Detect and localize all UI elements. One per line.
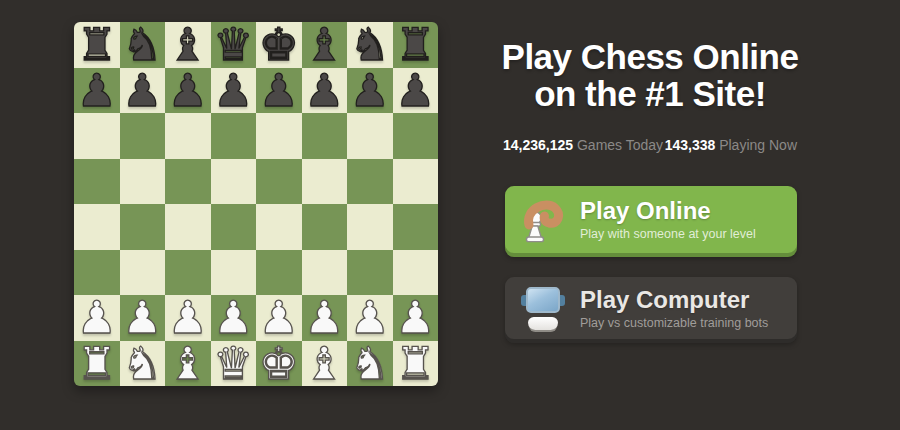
square-h8[interactable]: ♜ bbox=[393, 22, 439, 68]
square-d7[interactable]: ♟ bbox=[211, 68, 257, 114]
playing-now-label: Playing Now bbox=[719, 137, 797, 153]
square-b3[interactable] bbox=[120, 250, 166, 296]
piece-black-rook[interactable]: ♜ bbox=[77, 22, 117, 67]
square-a7[interactable]: ♟ bbox=[74, 68, 120, 114]
piece-white-bishop[interactable]: ♝ bbox=[168, 341, 208, 386]
piece-white-pawn[interactable]: ♟ bbox=[395, 295, 435, 340]
square-e4[interactable] bbox=[256, 204, 302, 250]
square-f3[interactable] bbox=[302, 250, 348, 296]
piece-black-bishop[interactable]: ♝ bbox=[168, 22, 208, 67]
piece-black-pawn[interactable]: ♟ bbox=[77, 68, 117, 113]
square-g4[interactable] bbox=[347, 204, 393, 250]
piece-black-pawn[interactable]: ♟ bbox=[350, 68, 390, 113]
square-e1[interactable]: ♚ bbox=[256, 341, 302, 387]
square-g5[interactable] bbox=[347, 159, 393, 205]
square-d3[interactable] bbox=[211, 250, 257, 296]
computer-monitor-icon bbox=[518, 283, 568, 333]
piece-black-pawn[interactable]: ♟ bbox=[395, 68, 435, 113]
piece-black-knight[interactable]: ♞ bbox=[350, 22, 390, 67]
square-h3[interactable] bbox=[393, 250, 439, 296]
play-computer-text: Play Computer Play vs customizable train… bbox=[580, 287, 768, 330]
stat-playing-now: 143,338 Playing Now bbox=[665, 137, 797, 153]
playing-now-count: 143,338 bbox=[665, 137, 716, 153]
play-online-button[interactable]: Play Online Play with someone at your le… bbox=[505, 186, 797, 257]
square-g7[interactable]: ♟ bbox=[347, 68, 393, 114]
square-d8[interactable]: ♛ bbox=[211, 22, 257, 68]
square-c8[interactable]: ♝ bbox=[165, 22, 211, 68]
stats-row: 14,236,125 Games Today 143,338 Playing N… bbox=[503, 137, 797, 153]
square-c1[interactable]: ♝ bbox=[165, 341, 211, 387]
square-a8[interactable]: ♜ bbox=[74, 22, 120, 68]
piece-white-queen[interactable]: ♛ bbox=[213, 341, 253, 386]
piece-black-pawn[interactable]: ♟ bbox=[259, 68, 299, 113]
play-computer-button[interactable]: Play Computer Play vs customizable train… bbox=[505, 277, 797, 343]
square-d6[interactable] bbox=[211, 113, 257, 159]
play-computer-label: Play Computer bbox=[580, 287, 768, 313]
square-d4[interactable] bbox=[211, 204, 257, 250]
piece-white-king[interactable]: ♚ bbox=[259, 341, 299, 386]
play-computer-sublabel: Play vs customizable training bots bbox=[580, 316, 768, 330]
monitor-base bbox=[528, 317, 558, 330]
piece-black-queen[interactable]: ♛ bbox=[213, 22, 253, 67]
square-g8[interactable]: ♞ bbox=[347, 22, 393, 68]
piece-white-pawn[interactable]: ♟ bbox=[259, 295, 299, 340]
square-c7[interactable]: ♟ bbox=[165, 68, 211, 114]
piece-white-pawn[interactable]: ♟ bbox=[213, 295, 253, 340]
square-g3[interactable] bbox=[347, 250, 393, 296]
square-h5[interactable] bbox=[393, 159, 439, 205]
square-g6[interactable] bbox=[347, 113, 393, 159]
square-h1[interactable]: ♜ bbox=[393, 341, 439, 387]
square-e2[interactable]: ♟ bbox=[256, 295, 302, 341]
square-a1[interactable]: ♜ bbox=[74, 341, 120, 387]
square-e6[interactable] bbox=[256, 113, 302, 159]
hero-section: Play Chess Onlineon the #1 Site! 14,236,… bbox=[450, 0, 900, 430]
square-d5[interactable] bbox=[211, 159, 257, 205]
square-h6[interactable] bbox=[393, 113, 439, 159]
square-f5[interactable] bbox=[302, 159, 348, 205]
square-c3[interactable] bbox=[165, 250, 211, 296]
piece-black-pawn[interactable]: ♟ bbox=[213, 68, 253, 113]
piece-black-pawn[interactable]: ♟ bbox=[304, 68, 344, 113]
square-a4[interactable] bbox=[74, 204, 120, 250]
page-title-line1: Play Chess Online bbox=[502, 37, 799, 76]
piece-black-knight[interactable]: ♞ bbox=[122, 22, 162, 67]
square-c4[interactable] bbox=[165, 204, 211, 250]
piece-black-bishop[interactable]: ♝ bbox=[304, 22, 344, 67]
square-h2[interactable]: ♟ bbox=[393, 295, 439, 341]
square-h7[interactable]: ♟ bbox=[393, 68, 439, 114]
piece-black-king[interactable]: ♚ bbox=[259, 22, 299, 67]
piece-white-bishop[interactable]: ♝ bbox=[304, 341, 344, 386]
square-f4[interactable] bbox=[302, 204, 348, 250]
square-f6[interactable] bbox=[302, 113, 348, 159]
monitor-screen bbox=[526, 287, 560, 313]
square-f8[interactable]: ♝ bbox=[302, 22, 348, 68]
piece-white-rook[interactable]: ♜ bbox=[77, 341, 117, 386]
square-c2[interactable]: ♟ bbox=[165, 295, 211, 341]
square-g1[interactable]: ♞ bbox=[347, 341, 393, 387]
piece-black-pawn[interactable]: ♟ bbox=[122, 68, 162, 113]
square-b8[interactable]: ♞ bbox=[120, 22, 166, 68]
square-b1[interactable]: ♞ bbox=[120, 341, 166, 387]
square-e8[interactable]: ♚ bbox=[256, 22, 302, 68]
square-b5[interactable] bbox=[120, 159, 166, 205]
square-e3[interactable] bbox=[256, 250, 302, 296]
page-title-line2: on the #1 Site! bbox=[534, 74, 766, 113]
square-g2[interactable]: ♟ bbox=[347, 295, 393, 341]
square-a2[interactable]: ♟ bbox=[74, 295, 120, 341]
square-f2[interactable]: ♟ bbox=[302, 295, 348, 341]
stat-games-today: 14,236,125 Games Today bbox=[503, 137, 663, 153]
square-f1[interactable]: ♝ bbox=[302, 341, 348, 387]
piece-white-pawn[interactable]: ♟ bbox=[122, 295, 162, 340]
piece-white-pawn[interactable]: ♟ bbox=[350, 295, 390, 340]
square-b6[interactable] bbox=[120, 113, 166, 159]
hand-holding-pawn-icon bbox=[518, 195, 568, 245]
square-b7[interactable]: ♟ bbox=[120, 68, 166, 114]
square-c6[interactable] bbox=[165, 113, 211, 159]
piece-black-pawn[interactable]: ♟ bbox=[168, 68, 208, 113]
play-online-sublabel: Play with someone at your level bbox=[580, 227, 756, 241]
chess-board[interactable]: ♜♞♝♛♚♝♞♜♟♟♟♟♟♟♟♟♟♟♟♟♟♟♟♟♜♞♝♛♚♝♞♜ bbox=[74, 22, 438, 386]
play-online-text: Play Online Play with someone at your le… bbox=[580, 198, 756, 241]
games-today-count: 14,236,125 bbox=[503, 137, 573, 153]
piece-white-pawn[interactable]: ♟ bbox=[168, 295, 208, 340]
piece-black-rook[interactable]: ♜ bbox=[395, 22, 435, 67]
square-a5[interactable] bbox=[74, 159, 120, 205]
games-today-label: Games Today bbox=[577, 137, 663, 153]
square-h4[interactable] bbox=[393, 204, 439, 250]
square-c5[interactable] bbox=[165, 159, 211, 205]
square-f7[interactable]: ♟ bbox=[302, 68, 348, 114]
square-b4[interactable] bbox=[120, 204, 166, 250]
square-a3[interactable] bbox=[74, 250, 120, 296]
piece-white-pawn[interactable]: ♟ bbox=[304, 295, 344, 340]
play-online-label: Play Online bbox=[580, 198, 756, 224]
square-e7[interactable]: ♟ bbox=[256, 68, 302, 114]
square-d2[interactable]: ♟ bbox=[211, 295, 257, 341]
page-title: Play Chess Onlineon the #1 Site! bbox=[450, 38, 850, 112]
square-d1[interactable]: ♛ bbox=[211, 341, 257, 387]
piece-white-knight[interactable]: ♞ bbox=[122, 341, 162, 386]
piece-white-pawn[interactable]: ♟ bbox=[77, 295, 117, 340]
piece-white-knight[interactable]: ♞ bbox=[350, 341, 390, 386]
piece-white-rook[interactable]: ♜ bbox=[395, 341, 435, 386]
square-b2[interactable]: ♟ bbox=[120, 295, 166, 341]
square-a6[interactable] bbox=[74, 113, 120, 159]
square-e5[interactable] bbox=[256, 159, 302, 205]
